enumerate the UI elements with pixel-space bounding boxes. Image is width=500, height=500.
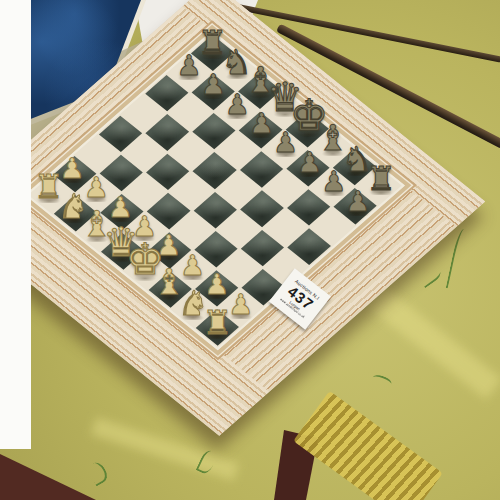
embroidery-leaf xyxy=(371,373,393,389)
embroidery-stem xyxy=(446,227,471,290)
left-margin-strip xyxy=(0,0,31,449)
embroidery-leaf xyxy=(419,267,443,289)
tablecloth-fringe xyxy=(293,391,443,500)
embroidery-loop xyxy=(86,459,111,486)
scene: Auctions N.I 437 Lurgan www.auctionsni.c… xyxy=(0,0,500,500)
